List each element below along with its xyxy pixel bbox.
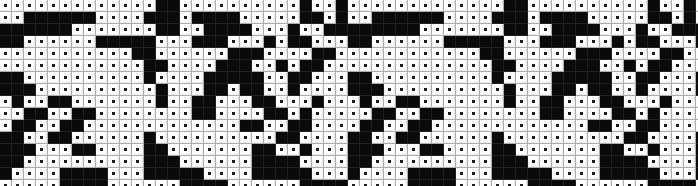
- stitch-cell-black: [408, 132, 420, 144]
- stitch-cell-black: [48, 132, 60, 144]
- stitch-cell-white: [468, 60, 480, 72]
- stitch-cell-white: [660, 24, 672, 36]
- stitch-cell-white: [228, 180, 240, 186]
- stitch-cell-black: [132, 36, 144, 48]
- stitch-cell-white: [372, 48, 384, 60]
- stitch-cell-white: [84, 0, 96, 12]
- stitch-cell-white: [168, 96, 180, 108]
- stitch-cell-black: [420, 120, 432, 132]
- stitch-cell-black: [204, 180, 216, 186]
- stitch-cell-white: [96, 84, 108, 96]
- stitch-cell-black: [588, 24, 600, 36]
- stitch-cell-black: [300, 72, 312, 84]
- stitch-cell-black: [492, 48, 504, 60]
- stitch-cell-white: [252, 60, 264, 72]
- stitch-cell-white: [108, 168, 120, 180]
- stitch-cell-white: [576, 0, 588, 12]
- stitch-cell-black: [288, 72, 300, 84]
- stitch-cell-white: [0, 180, 12, 186]
- stitch-cell-white: [444, 132, 456, 144]
- stitch-cell-white: [60, 84, 72, 96]
- stitch-cell-white: [132, 180, 144, 186]
- stitch-cell-black: [312, 48, 324, 60]
- stitch-cell-black: [624, 132, 636, 144]
- stitch-cell-white: [636, 144, 648, 156]
- stitch-cell-black: [264, 96, 276, 108]
- stitch-cell-white: [324, 60, 336, 72]
- stitch-cell-white: [336, 168, 348, 180]
- stitch-cell-black: [612, 108, 624, 120]
- stitch-cell-white: [312, 144, 324, 156]
- stitch-cell-black: [492, 156, 504, 168]
- stitch-cell-white: [48, 60, 60, 72]
- stitch-cell-white: [312, 168, 324, 180]
- stitch-cell-white: [660, 36, 672, 48]
- stitch-cell-black: [300, 180, 312, 186]
- stitch-cell-white: [84, 48, 96, 60]
- stitch-cell-white: [0, 0, 12, 12]
- stitch-cell-black: [216, 36, 228, 48]
- stitch-cell-white: [420, 72, 432, 84]
- stitch-cell-white: [24, 168, 36, 180]
- stitch-cell-white: [156, 132, 168, 144]
- stitch-cell-black: [540, 108, 552, 120]
- stitch-cell-white: [132, 132, 144, 144]
- stitch-cell-white: [324, 144, 336, 156]
- stitch-cell-black: [48, 96, 60, 108]
- stitch-cell-white: [468, 24, 480, 36]
- stitch-cell-white: [612, 132, 624, 144]
- stitch-cell-black: [300, 60, 312, 72]
- stitch-cell-black: [84, 180, 96, 186]
- stitch-cell-white: [252, 0, 264, 12]
- stitch-cell-white: [276, 0, 288, 12]
- stitch-cell-white: [240, 144, 252, 156]
- stitch-cell-white: [552, 132, 564, 144]
- stitch-cell-white: [516, 180, 528, 186]
- stitch-cell-white: [120, 132, 132, 144]
- stitch-cell-white: [120, 24, 132, 36]
- stitch-cell-white: [108, 156, 120, 168]
- stitch-cell-black: [348, 144, 360, 156]
- stitch-cell-black: [492, 12, 504, 24]
- stitch-cell-white: [636, 180, 648, 186]
- stitch-cell-black: [648, 0, 660, 12]
- stitch-cell-white: [324, 132, 336, 144]
- stitch-cell-black: [24, 12, 36, 24]
- stitch-cell-white: [276, 96, 288, 108]
- stitch-cell-black: [336, 180, 348, 186]
- stitch-cell-black: [552, 36, 564, 48]
- stitch-cell-white: [252, 180, 264, 186]
- stitch-cell-white: [348, 48, 360, 60]
- stitch-cell-white: [264, 24, 276, 36]
- stitch-cell-white: [96, 132, 108, 144]
- stitch-cell-white: [60, 72, 72, 84]
- stitch-cell-white: [420, 156, 432, 168]
- stitch-cell-white: [144, 96, 156, 108]
- stitch-cell-white: [420, 84, 432, 96]
- stitch-cell-white: [588, 168, 600, 180]
- stitch-cell-white: [564, 0, 576, 12]
- stitch-cell-white: [456, 24, 468, 36]
- stitch-cell-white: [396, 84, 408, 96]
- stitch-cell-white: [528, 144, 540, 156]
- stitch-cell-white: [288, 60, 300, 72]
- stitch-cell-white: [468, 48, 480, 60]
- stitch-cell-white: [336, 36, 348, 48]
- stitch-cell-white: [204, 60, 216, 72]
- stitch-cell-white: [96, 60, 108, 72]
- stitch-cell-black: [348, 84, 360, 96]
- stitch-cell-white: [216, 96, 228, 108]
- stitch-cell-black: [540, 96, 552, 108]
- stitch-cell-white: [120, 108, 132, 120]
- stitch-cell-white: [48, 168, 60, 180]
- stitch-cell-white: [216, 108, 228, 120]
- stitch-cell-white: [396, 72, 408, 84]
- stitch-cell-white: [36, 36, 48, 48]
- stitch-cell-black: [600, 144, 612, 156]
- stitch-cell-white: [60, 156, 72, 168]
- stitch-cell-white: [468, 108, 480, 120]
- stitch-cell-black: [60, 168, 72, 180]
- stitch-cell-white: [552, 120, 564, 132]
- stitch-cell-white: [624, 12, 636, 24]
- stitch-cell-black: [312, 180, 324, 186]
- stitch-cell-white: [276, 120, 288, 132]
- stitch-cell-white: [684, 120, 696, 132]
- stitch-cell-white: [372, 156, 384, 168]
- stitch-cell-white: [84, 36, 96, 48]
- stitch-cell-white: [420, 60, 432, 72]
- stitch-cell-white: [432, 84, 444, 96]
- stitch-cell-white: [384, 96, 396, 108]
- stitch-cell-white: [240, 108, 252, 120]
- stitch-cell-white: [624, 180, 636, 186]
- stitch-cell-white: [168, 72, 180, 84]
- stitch-cell-white: [192, 132, 204, 144]
- stitch-cell-white: [108, 12, 120, 24]
- stitch-cell-black: [408, 24, 420, 36]
- stitch-cell-black: [600, 120, 612, 132]
- stitch-cell-black: [648, 12, 660, 24]
- stitch-cell-white: [576, 156, 588, 168]
- stitch-cell-black: [372, 108, 384, 120]
- stitch-cell-white: [648, 156, 660, 168]
- stitch-cell-white: [684, 168, 696, 180]
- stitch-cell-white: [144, 0, 156, 12]
- stitch-cell-black: [300, 12, 312, 24]
- stitch-cell-white: [684, 84, 696, 96]
- stitch-cell-white: [300, 156, 312, 168]
- stitch-cell-white: [528, 108, 540, 120]
- stitch-cell-white: [120, 156, 132, 168]
- stitch-cell-black: [636, 24, 648, 36]
- stitch-cell-black: [192, 168, 204, 180]
- stitch-cell-white: [132, 96, 144, 108]
- stitch-cell-black: [324, 24, 336, 36]
- stitch-cell-white: [144, 108, 156, 120]
- stitch-cell-white: [456, 108, 468, 120]
- stitch-cell-white: [120, 84, 132, 96]
- stitch-cell-black: [12, 120, 24, 132]
- stitch-cell-black: [672, 24, 684, 36]
- stitch-cell-white: [372, 96, 384, 108]
- stitch-cell-black: [60, 96, 72, 108]
- stitch-cell-black: [0, 36, 12, 48]
- stitch-cell-white: [456, 0, 468, 12]
- stitch-cell-white: [240, 156, 252, 168]
- stitch-cell-white: [564, 96, 576, 108]
- stitch-cell-black: [156, 0, 168, 12]
- stitch-cell-white: [96, 156, 108, 168]
- stitch-cell-white: [600, 108, 612, 120]
- stitch-cell-black: [576, 24, 588, 36]
- stitch-cell-black: [120, 36, 132, 48]
- stitch-cell-white: [408, 72, 420, 84]
- stitch-cell-black: [564, 60, 576, 72]
- stitch-cell-white: [60, 108, 72, 120]
- stitch-cell-white: [252, 132, 264, 144]
- stitch-cell-white: [288, 108, 300, 120]
- stitch-cell-white: [540, 156, 552, 168]
- stitch-cell-black: [252, 120, 264, 132]
- stitch-cell-white: [528, 72, 540, 84]
- stitch-cell-black: [156, 60, 168, 72]
- stitch-cell-black: [36, 108, 48, 120]
- stitch-cell-white: [576, 120, 588, 132]
- stitch-cell-white: [24, 72, 36, 84]
- stitch-cell-black: [240, 72, 252, 84]
- stitch-cell-black: [204, 108, 216, 120]
- stitch-cell-black: [300, 120, 312, 132]
- stitch-cell-black: [504, 144, 516, 156]
- stitch-cell-white: [132, 144, 144, 156]
- stitch-cell-white: [444, 60, 456, 72]
- stitch-cell-black: [504, 156, 516, 168]
- stitch-cell-black: [144, 132, 156, 144]
- stitch-cell-white: [576, 144, 588, 156]
- stitch-cell-white: [36, 180, 48, 186]
- stitch-cell-white: [108, 0, 120, 12]
- stitch-cell-black: [624, 168, 636, 180]
- stitch-cell-black: [528, 180, 540, 186]
- stitch-cell-black: [264, 144, 276, 156]
- stitch-cell-white: [468, 132, 480, 144]
- stitch-cell-black: [24, 84, 36, 96]
- stitch-cell-black: [480, 36, 492, 48]
- stitch-cell-white: [612, 0, 624, 12]
- stitch-cell-white: [252, 12, 264, 24]
- stitch-cell-white: [576, 180, 588, 186]
- stitch-cell-white: [660, 168, 672, 180]
- stitch-cell-white: [120, 12, 132, 24]
- stitch-cell-black: [180, 180, 192, 186]
- stitch-cell-black: [192, 12, 204, 24]
- stitch-cell-white: [432, 132, 444, 144]
- stitch-cell-white: [648, 48, 660, 60]
- stitch-cell-white: [192, 144, 204, 156]
- stitch-cell-white: [384, 132, 396, 144]
- stitch-cell-white: [312, 108, 324, 120]
- stitch-cell-white: [396, 120, 408, 132]
- stitch-cell-white: [336, 108, 348, 120]
- stitch-cell-black: [612, 156, 624, 168]
- stitch-cell-black: [648, 180, 660, 186]
- stitch-cell-white: [216, 120, 228, 132]
- stitch-cell-white: [576, 36, 588, 48]
- stitch-cell-black: [360, 84, 372, 96]
- stitch-cell-white: [24, 36, 36, 48]
- stitch-cell-white: [72, 36, 84, 48]
- stitch-cell-white: [96, 24, 108, 36]
- stitch-cell-white: [480, 120, 492, 132]
- stitch-cell-white: [360, 108, 372, 120]
- stitch-cell-white: [228, 84, 240, 96]
- stitch-cell-white: [96, 48, 108, 60]
- stitch-cell-white: [588, 96, 600, 108]
- stitch-cell-white: [12, 60, 24, 72]
- stitch-cell-black: [684, 180, 696, 186]
- stitch-cell-white: [348, 180, 360, 186]
- stitch-cell-white: [36, 96, 48, 108]
- stitch-cell-black: [384, 24, 396, 36]
- stitch-cell-black: [144, 12, 156, 24]
- stitch-cell-black: [240, 24, 252, 36]
- stitch-cell-black: [252, 144, 264, 156]
- stitch-cell-white: [348, 60, 360, 72]
- stitch-cell-black: [204, 36, 216, 48]
- stitch-cell-black: [336, 0, 348, 12]
- stitch-cell-black: [516, 0, 528, 12]
- stitch-cell-black: [420, 168, 432, 180]
- stitch-cell-white: [528, 60, 540, 72]
- stitch-cell-white: [540, 144, 552, 156]
- stitch-cell-black: [576, 60, 588, 72]
- stitch-cell-black: [276, 168, 288, 180]
- stitch-cell-white: [624, 120, 636, 132]
- stitch-cell-white: [96, 96, 108, 108]
- stitch-cell-white: [576, 96, 588, 108]
- stitch-cell-white: [36, 120, 48, 132]
- stitch-cell-white: [156, 120, 168, 132]
- stitch-cell-white: [612, 24, 624, 36]
- stitch-cell-white: [48, 108, 60, 120]
- stitch-cell-black: [552, 12, 564, 24]
- stitch-cell-white: [204, 48, 216, 60]
- stitch-cell-black: [444, 36, 456, 48]
- stitch-cell-white: [12, 48, 24, 60]
- stitch-cell-black: [84, 12, 96, 24]
- stitch-cell-white: [456, 72, 468, 84]
- stitch-cell-white: [624, 0, 636, 12]
- stitch-cell-black: [564, 84, 576, 96]
- stitch-cell-white: [324, 36, 336, 48]
- stitch-cell-white: [672, 36, 684, 48]
- stitch-cell-black: [492, 144, 504, 156]
- stitch-cell-white: [468, 168, 480, 180]
- stitch-cell-black: [156, 168, 168, 180]
- stitch-cell-white: [108, 180, 120, 186]
- stitch-cell-white: [396, 144, 408, 156]
- stitch-cell-black: [360, 24, 372, 36]
- stitch-cell-white: [504, 48, 516, 60]
- stitch-cell-white: [396, 108, 408, 120]
- stitch-cell-white: [540, 60, 552, 72]
- stitch-cell-black: [492, 36, 504, 48]
- stitch-cell-white: [588, 132, 600, 144]
- stitch-cell-white: [372, 60, 384, 72]
- stitch-cell-white: [288, 180, 300, 186]
- stitch-cell-white: [540, 24, 552, 36]
- stitch-cell-white: [564, 132, 576, 144]
- stitch-cell-white: [528, 12, 540, 24]
- stitch-cell-black: [300, 144, 312, 156]
- stitch-cell-white: [156, 72, 168, 84]
- stitch-cell-white: [96, 72, 108, 84]
- stitch-cell-white: [216, 144, 228, 156]
- stitch-cell-white: [552, 60, 564, 72]
- stitch-cell-white: [576, 84, 588, 96]
- stitch-cell-black: [0, 72, 12, 84]
- stitch-cell-white: [180, 144, 192, 156]
- stitch-cell-white: [384, 36, 396, 48]
- stitch-cell-white: [120, 120, 132, 132]
- stitch-cell-white: [396, 168, 408, 180]
- stitch-cell-black: [516, 24, 528, 36]
- stitch-cell-black: [216, 24, 228, 36]
- stitch-cell-white: [336, 144, 348, 156]
- stitch-cell-white: [516, 108, 528, 120]
- stitch-cell-white: [324, 72, 336, 84]
- stitch-cell-white: [672, 120, 684, 132]
- stitch-cell-white: [456, 96, 468, 108]
- stitch-cell-white: [432, 48, 444, 60]
- stitch-cell-white: [540, 0, 552, 12]
- stitch-cell-black: [372, 12, 384, 24]
- stitch-cell-white: [648, 132, 660, 144]
- stitch-cell-black: [72, 108, 84, 120]
- stitch-cell-black: [576, 12, 588, 24]
- stitch-cell-white: [564, 144, 576, 156]
- stitch-cell-white: [588, 156, 600, 168]
- stitch-cell-white: [540, 84, 552, 96]
- stitch-cell-white: [168, 48, 180, 60]
- stitch-cell-white: [372, 36, 384, 48]
- stitch-cell-white: [228, 156, 240, 168]
- stitch-cell-black: [396, 24, 408, 36]
- stitch-cell-white: [636, 96, 648, 108]
- stitch-cell-white: [504, 180, 516, 186]
- stitch-cell-white: [312, 72, 324, 84]
- stitch-cell-white: [624, 96, 636, 108]
- stitch-cell-white: [588, 12, 600, 24]
- stitch-cell-white: [60, 60, 72, 72]
- stitch-cell-white: [672, 108, 684, 120]
- stitch-cell-white: [264, 48, 276, 60]
- stitch-cell-white: [168, 132, 180, 144]
- stitch-cell-white: [612, 48, 624, 60]
- stitch-cell-white: [300, 96, 312, 108]
- stitch-cell-black: [504, 96, 516, 108]
- stitch-cell-white: [216, 0, 228, 12]
- stitch-cell-white: [408, 156, 420, 168]
- stitch-cell-white: [360, 48, 372, 60]
- stitch-cell-white: [24, 48, 36, 60]
- stitch-cell-white: [396, 156, 408, 168]
- stitch-cell-white: [192, 0, 204, 12]
